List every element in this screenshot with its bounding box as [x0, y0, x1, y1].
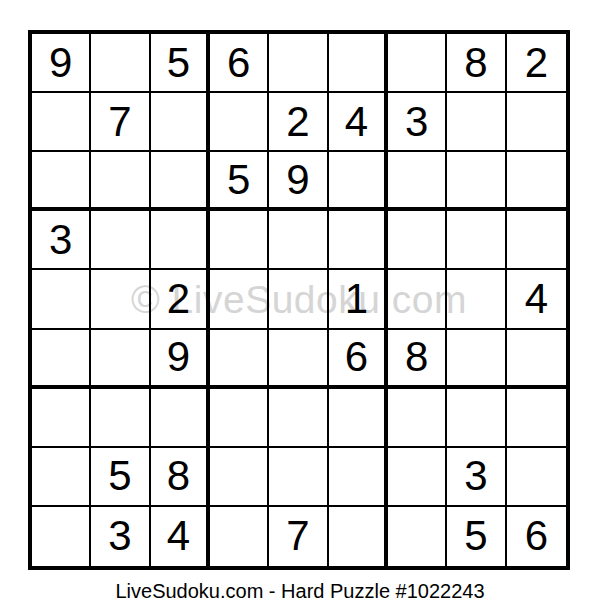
cell-r7c8[interactable]	[447, 389, 506, 448]
cell-r2c4[interactable]	[210, 93, 269, 152]
cell-r6c5[interactable]	[269, 330, 328, 389]
cell-r3c8[interactable]	[447, 152, 506, 211]
cell-r3c9[interactable]	[507, 152, 566, 211]
cell-r8c9[interactable]	[507, 448, 566, 507]
cell-r8c8[interactable]: 3	[447, 448, 506, 507]
cell-r9c8[interactable]: 5	[447, 507, 506, 566]
cell-r5c3[interactable]: 2	[151, 270, 210, 329]
cell-r4c8[interactable]	[447, 211, 506, 270]
cell-r1c6[interactable]	[329, 34, 388, 93]
puzzle-caption: LiveSudoku.com - Hard Puzzle #1022243	[0, 580, 600, 603]
cell-r7c3[interactable]	[151, 389, 210, 448]
cell-r9c4[interactable]	[210, 507, 269, 566]
cell-r3c7[interactable]	[388, 152, 447, 211]
cell-r2c6[interactable]: 4	[329, 93, 388, 152]
cell-r7c6[interactable]	[329, 389, 388, 448]
cell-r4c5[interactable]	[269, 211, 328, 270]
cell-r6c3[interactable]: 9	[151, 330, 210, 389]
cell-r6c9[interactable]	[507, 330, 566, 389]
cell-r4c6[interactable]	[329, 211, 388, 270]
cell-r9c1[interactable]	[32, 507, 91, 566]
cell-r1c1[interactable]: 9	[32, 34, 91, 93]
cell-r9c6[interactable]	[329, 507, 388, 566]
cell-r8c1[interactable]	[32, 448, 91, 507]
cell-r2c2[interactable]: 7	[91, 93, 150, 152]
cell-r3c6[interactable]	[329, 152, 388, 211]
cell-r8c7[interactable]	[388, 448, 447, 507]
cell-r2c1[interactable]	[32, 93, 91, 152]
cell-r9c7[interactable]	[388, 507, 447, 566]
cell-r7c7[interactable]	[388, 389, 447, 448]
cell-r2c8[interactable]	[447, 93, 506, 152]
cell-r4c1[interactable]: 3	[32, 211, 91, 270]
cell-r2c9[interactable]	[507, 93, 566, 152]
page: © LiveSudoku.com 95682724359321496858334…	[0, 0, 600, 615]
cell-r5c7[interactable]	[388, 270, 447, 329]
cell-r8c4[interactable]	[210, 448, 269, 507]
cell-r5c8[interactable]	[447, 270, 506, 329]
cell-r1c9[interactable]: 2	[507, 34, 566, 93]
cell-r5c4[interactable]	[210, 270, 269, 329]
sudoku-board: © LiveSudoku.com 95682724359321496858334…	[28, 30, 570, 570]
cell-r8c5[interactable]	[269, 448, 328, 507]
cell-r3c5[interactable]: 9	[269, 152, 328, 211]
cell-r6c4[interactable]	[210, 330, 269, 389]
cell-r5c9[interactable]: 4	[507, 270, 566, 329]
cell-r1c5[interactable]	[269, 34, 328, 93]
cell-r4c7[interactable]	[388, 211, 447, 270]
cell-r6c8[interactable]	[447, 330, 506, 389]
cell-r5c1[interactable]	[32, 270, 91, 329]
cell-r2c5[interactable]: 2	[269, 93, 328, 152]
cell-r2c7[interactable]: 3	[388, 93, 447, 152]
cell-r1c2[interactable]	[91, 34, 150, 93]
cell-r3c2[interactable]	[91, 152, 150, 211]
cell-r5c5[interactable]	[269, 270, 328, 329]
cell-r8c6[interactable]	[329, 448, 388, 507]
cell-r8c2[interactable]: 5	[91, 448, 150, 507]
cell-r9c2[interactable]: 3	[91, 507, 150, 566]
sudoku-grid: 95682724359321496858334756	[32, 34, 566, 566]
cell-r1c3[interactable]: 5	[151, 34, 210, 93]
cell-r5c6[interactable]: 1	[329, 270, 388, 329]
cell-r6c2[interactable]	[91, 330, 150, 389]
cell-r7c4[interactable]	[210, 389, 269, 448]
cell-r6c1[interactable]	[32, 330, 91, 389]
cell-r9c3[interactable]: 4	[151, 507, 210, 566]
cell-r4c3[interactable]	[151, 211, 210, 270]
cell-r1c4[interactable]: 6	[210, 34, 269, 93]
cell-r5c2[interactable]	[91, 270, 150, 329]
cell-r1c7[interactable]	[388, 34, 447, 93]
cell-r3c1[interactable]	[32, 152, 91, 211]
cell-r4c2[interactable]	[91, 211, 150, 270]
cell-r3c3[interactable]	[151, 152, 210, 211]
cell-r8c3[interactable]: 8	[151, 448, 210, 507]
cell-r9c5[interactable]: 7	[269, 507, 328, 566]
cell-r7c2[interactable]	[91, 389, 150, 448]
cell-r6c6[interactable]: 6	[329, 330, 388, 389]
cell-r7c9[interactable]	[507, 389, 566, 448]
cell-r4c9[interactable]	[507, 211, 566, 270]
cell-r3c4[interactable]: 5	[210, 152, 269, 211]
cell-r7c5[interactable]	[269, 389, 328, 448]
cell-r9c9[interactable]: 6	[507, 507, 566, 566]
cell-r6c7[interactable]: 8	[388, 330, 447, 389]
cell-r2c3[interactable]	[151, 93, 210, 152]
cell-r4c4[interactable]	[210, 211, 269, 270]
cell-r1c8[interactable]: 8	[447, 34, 506, 93]
cell-r7c1[interactable]	[32, 389, 91, 448]
